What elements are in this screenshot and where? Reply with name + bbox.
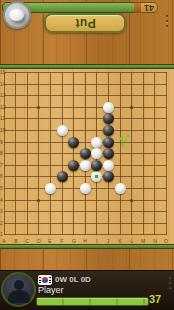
opponent-avatar: [3, 1, 31, 29]
col-label: J: [105, 239, 112, 244]
white-stone-J7: [103, 160, 114, 171]
black-stone-J8: [103, 148, 114, 159]
row-label: 14: [0, 82, 7, 87]
row-label: 11: [0, 116, 7, 121]
cursor-sparkle: [119, 136, 123, 140]
player-avatar: [1, 272, 36, 307]
black-stone-J10: [103, 125, 114, 136]
black-stone-G7: [68, 160, 79, 171]
gomoku-board[interactable]: 15A14B13C12D11E10F9G8H7I6J5K4L3M2N1O: [0, 0, 174, 310]
put-button[interactable]: Put: [44, 13, 126, 33]
last-move-marker: [95, 175, 98, 178]
star-point: [37, 199, 40, 202]
screw-dot: [169, 276, 171, 278]
col-label: D: [35, 239, 42, 244]
black-stone-H8: [80, 148, 91, 159]
white-stone-H5: [80, 183, 91, 194]
player-timer: 37: [149, 293, 173, 305]
black-stone-J6: [103, 171, 114, 182]
col-label: F: [59, 239, 66, 244]
row-label: 7: [0, 163, 7, 168]
row-label: 6: [0, 174, 7, 179]
col-label: G: [70, 239, 77, 244]
col-label: H: [82, 239, 89, 244]
col-label: C: [24, 239, 31, 244]
player-record: 0W 0L 0D: [55, 275, 91, 284]
col-label: M: [140, 239, 147, 244]
grid-line-v: [154, 72, 155, 235]
grid-line-h: [4, 211, 167, 212]
white-stone-F10: [57, 125, 68, 136]
grid-line-v: [166, 72, 167, 235]
grid-line-h: [4, 223, 167, 224]
black-stone-J11: [103, 113, 114, 124]
player-name: Player: [38, 285, 64, 295]
col-label: I: [93, 239, 100, 244]
row-label: 9: [0, 140, 7, 145]
white-stone-H7: [80, 160, 91, 171]
black-stone-I7: [91, 160, 102, 171]
row-label: 10: [0, 128, 7, 133]
screw-dot: [169, 286, 171, 288]
col-label: L: [128, 239, 135, 244]
black-stone-G9: [68, 137, 79, 148]
col-label: B: [12, 239, 19, 244]
cursor-sparkle: [127, 135, 130, 138]
col-label: K: [117, 239, 124, 244]
star-point: [130, 106, 133, 109]
row-label: 13: [0, 93, 7, 98]
black-stone-J9: [103, 137, 114, 148]
screw-dot: [166, 15, 168, 17]
player-timer-bar: [36, 297, 149, 306]
korea-flag-icon: [38, 275, 52, 285]
row-label: 15: [0, 70, 7, 75]
row-label: 2: [0, 221, 7, 226]
cursor-sparkle: [122, 144, 125, 147]
row-label: 5: [0, 186, 7, 191]
row-label: 3: [0, 209, 7, 214]
opponent-timer: 41: [140, 2, 158, 13]
row-label: 8: [0, 151, 7, 156]
white-stone-K5: [115, 183, 126, 194]
white-stone-icon: [9, 9, 24, 21]
grid-line-h: [4, 234, 167, 235]
screw-dot: [166, 25, 168, 27]
screw-dot: [166, 20, 168, 22]
person-icon: [14, 280, 24, 290]
white-stone-I8: [91, 148, 102, 159]
row-label: 1: [0, 232, 7, 237]
white-stone-E5: [45, 183, 56, 194]
star-point: [37, 106, 40, 109]
star-point: [130, 199, 133, 202]
black-stone-F6: [57, 171, 68, 182]
screw-dot: [169, 281, 171, 283]
put-button-label: Put: [75, 16, 96, 30]
row-label: 4: [0, 198, 7, 203]
gomoku-app-screen: 15A14B13C12D11E10F9G8H7I6J5K4L3M2N1O 41 …: [0, 0, 174, 310]
col-label: E: [47, 239, 54, 244]
col-label: A: [1, 239, 8, 244]
white-stone-I9: [91, 137, 102, 148]
col-label: O: [163, 239, 170, 244]
white-stone-J12: [103, 102, 114, 113]
row-label: 12: [0, 105, 7, 110]
col-label: N: [151, 239, 158, 244]
